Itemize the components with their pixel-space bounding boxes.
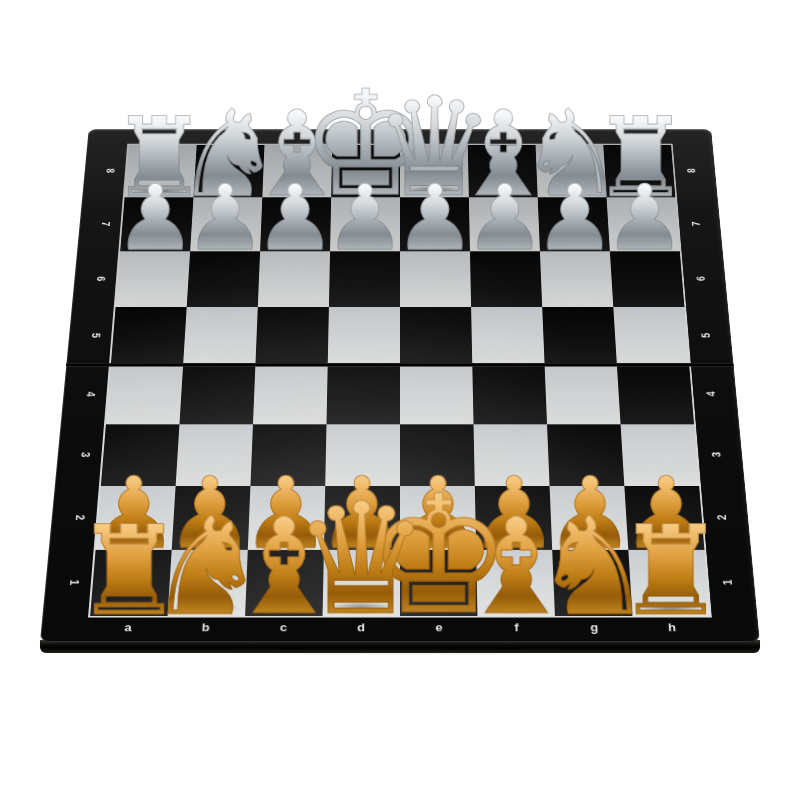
piece-cell-g5 [542,307,617,365]
piece-cell-b1: ♞ [168,550,248,616]
file-label-f: f [478,617,556,640]
piece-cell-h7: ♟ [607,197,680,251]
piece-cell-f7: ♟ [469,197,540,251]
piece-cell-f5 [471,307,544,365]
piece-cell-d6 [329,251,400,307]
file-label-e: e [400,617,478,640]
piece-cell-g4 [545,365,621,425]
piece-cell-e7: ♟ [400,197,470,251]
rank-label-right-5: 5 [669,323,743,348]
rank-label-left-4: 4 [53,381,128,407]
piece-cell-b4 [179,365,255,425]
piece-cell-a7: ♟ [120,197,193,251]
rank-label-left-6: 6 [64,267,137,291]
piece-cell-d5 [328,307,400,365]
piece-silver-pawn-h7: ♟ [604,173,685,264]
piece-cell-b6 [187,251,260,307]
file-labels-bottom: abcdefgh [88,617,712,640]
piece-cell-e6 [400,251,471,307]
piece-cell-d7: ♟ [330,197,400,251]
file-label-c: c [244,617,322,640]
rank-label-right-6: 6 [665,267,738,291]
piece-cell-e5 [400,307,472,365]
rank-label-right-4: 4 [674,381,749,407]
file-label-d: d [322,617,400,640]
fold-hinge-seam [66,363,734,367]
piece-cell-g6 [540,251,613,307]
piece-cell-e4 [400,365,474,425]
piece-cell-g1: ♞ [552,550,632,616]
piece-cell-g7: ♟ [538,197,610,251]
piece-cell-c4 [253,365,328,425]
piece-cell-b5 [183,307,258,365]
piece-cell-c5 [255,307,328,365]
product-photo-scene: abcdefgh 87654321 87654321 ♜♞♝♚♛♝♞♜♟♟♟♟♟… [0,0,800,800]
file-label-g: g [555,617,634,640]
chess-board: abcdefgh 87654321 87654321 ♜♞♝♚♛♝♞♜♟♟♟♟♟… [40,129,760,642]
pieces-layer: ♜♞♝♚♛♝♞♜♟♟♟♟♟♟♟♟♟♟♟♟♟♟♟♟♜♞♝♛♚♝♞♜ [90,145,710,616]
file-label-a: a [88,617,167,640]
file-label-h: h [633,617,712,640]
piece-cell-c7: ♟ [260,197,331,251]
rank-label-left-5: 5 [59,323,133,348]
piece-cell-f4 [472,365,547,425]
piece-cell-c6 [258,251,330,307]
piece-cell-f6 [470,251,542,307]
file-label-b: b [166,617,245,640]
piece-cell-b7: ♟ [190,197,262,251]
piece-cell-d4 [326,365,400,425]
